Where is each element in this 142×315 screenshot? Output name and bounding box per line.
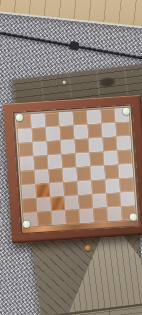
square-r7c3[interactable] (65, 209, 80, 224)
board-grid (17, 108, 136, 227)
square-r4c2[interactable] (48, 168, 63, 183)
square-r0c5[interactable] (87, 110, 102, 125)
square-r5c4[interactable] (77, 180, 92, 195)
square-r6c1[interactable] (36, 197, 51, 212)
square-r6c5[interactable] (92, 193, 107, 208)
square-r4c1[interactable] (34, 169, 49, 184)
square-r7c1[interactable] (37, 211, 52, 226)
square-r2c2[interactable] (47, 140, 62, 155)
square-r5c2[interactable] (49, 182, 64, 197)
square-r4c3[interactable] (62, 167, 77, 182)
square-r5c3[interactable] (63, 181, 78, 196)
square-r2c4[interactable] (74, 138, 89, 153)
square-r0c1[interactable] (31, 113, 46, 128)
square-r4c4[interactable] (76, 166, 91, 181)
square-r5c7[interactable] (119, 178, 134, 193)
square-r7c5[interactable] (93, 207, 108, 222)
square-r4c6[interactable] (104, 164, 119, 179)
square-r3c7[interactable] (117, 150, 132, 165)
square-r3c1[interactable] (34, 155, 49, 170)
chessboard (3, 95, 142, 244)
square-r2c6[interactable] (102, 137, 117, 152)
square-r6c6[interactable] (106, 192, 121, 207)
square-r3c3[interactable] (61, 153, 76, 168)
square-r5c5[interactable] (91, 179, 106, 194)
square-r3c4[interactable] (75, 152, 90, 167)
square-r6c0[interactable] (22, 198, 37, 213)
square-r1c6[interactable] (102, 123, 117, 138)
square-r6c7[interactable] (120, 192, 135, 207)
square-r2c0[interactable] (19, 142, 34, 157)
square-r7c2[interactable] (51, 210, 66, 225)
square-r3c0[interactable] (20, 156, 35, 171)
square-r5c0[interactable] (21, 184, 36, 199)
square-r4c0[interactable] (20, 170, 35, 185)
square-r1c7[interactable] (115, 122, 130, 137)
square-r1c4[interactable] (74, 124, 89, 139)
square-r4c7[interactable] (118, 164, 133, 179)
square-r1c0[interactable] (18, 128, 33, 143)
square-r6c2[interactable] (50, 196, 65, 211)
rod-clamp (69, 41, 79, 50)
square-r5c1[interactable] (35, 183, 50, 198)
square-r6c4[interactable] (78, 194, 93, 209)
square-r5c6[interactable] (105, 178, 120, 193)
square-r7c6[interactable] (107, 206, 122, 221)
square-r4c5[interactable] (90, 165, 105, 180)
square-r1c5[interactable] (88, 124, 103, 139)
square-r1c2[interactable] (46, 126, 61, 141)
square-r0c2[interactable] (45, 112, 60, 127)
square-r6c3[interactable] (64, 195, 79, 210)
square-r0c6[interactable] (101, 109, 116, 124)
square-r2c5[interactable] (88, 137, 103, 152)
square-r2c3[interactable] (61, 139, 76, 154)
bronze-stud (85, 245, 91, 251)
square-r1c1[interactable] (32, 127, 47, 142)
square-r0c3[interactable] (59, 111, 74, 126)
square-r1c3[interactable] (60, 125, 75, 140)
glass-top (13, 104, 141, 234)
square-r3c6[interactable] (103, 151, 118, 166)
square-r7c4[interactable] (79, 208, 94, 223)
square-r2c1[interactable] (33, 141, 48, 156)
square-r0c4[interactable] (73, 110, 88, 125)
square-r2c7[interactable] (116, 136, 131, 151)
square-r3c5[interactable] (89, 151, 104, 166)
square-r3c2[interactable] (47, 154, 62, 169)
photo-scene (0, 0, 142, 315)
